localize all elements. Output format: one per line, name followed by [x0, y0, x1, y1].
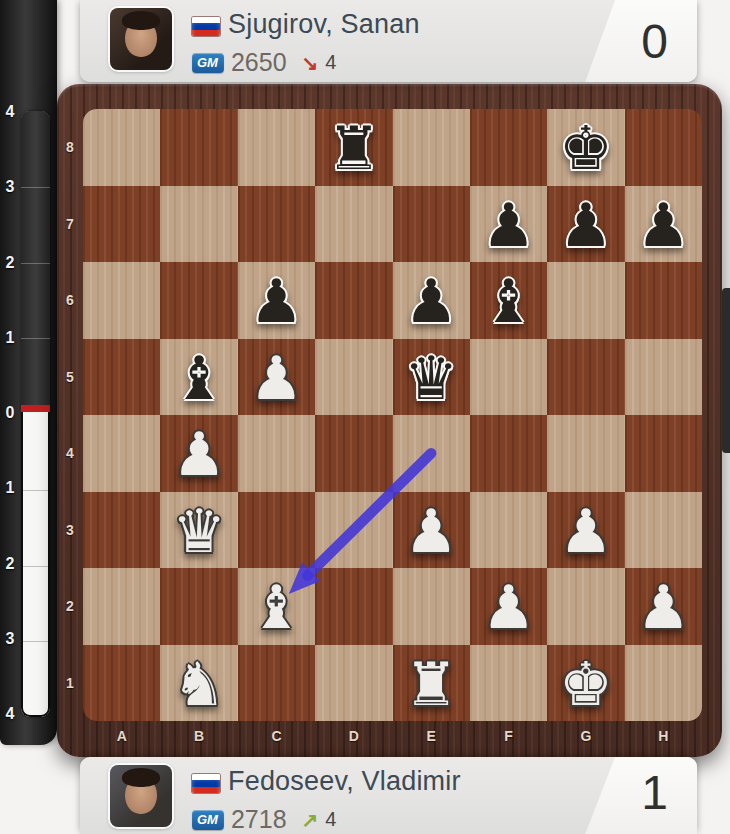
square-d2[interactable] — [315, 568, 392, 645]
black-pawn-c6[interactable]: ♟ — [238, 262, 315, 339]
black-bishop-b5[interactable]: ♝ — [160, 339, 237, 416]
black-king-g8[interactable]: ♚ — [547, 109, 624, 186]
chess-broadcast-page: { "game": "chess", "players": { "top": {… — [0, 0, 730, 834]
square-e4[interactable] — [393, 415, 470, 492]
file-label-a: A — [83, 721, 160, 757]
square-a1[interactable] — [83, 645, 160, 722]
eval-label: 3 — [6, 631, 15, 647]
square-h4[interactable] — [625, 415, 702, 492]
square-g4[interactable] — [547, 415, 624, 492]
black-queen-e5[interactable]: ♛ — [393, 339, 470, 416]
russia-flag-icon — [192, 774, 220, 793]
square-f5[interactable] — [470, 339, 547, 416]
eval-tick — [21, 338, 50, 339]
rank-label-4: 4 — [57, 415, 83, 492]
square-d7[interactable] — [315, 186, 392, 263]
player-rating-top: 2650 — [231, 48, 287, 77]
evaluation-scale-labels: 432101234 — [0, 104, 20, 722]
file-label-b: B — [160, 721, 237, 757]
player-score-top: 0 — [622, 14, 687, 69]
rating-change-bottom: 4 — [325, 808, 336, 831]
square-d3[interactable] — [315, 492, 392, 569]
square-e8[interactable] — [393, 109, 470, 186]
square-b6[interactable] — [160, 262, 237, 339]
player-card-bottom: Fedoseev, Vladimir GM 2718 ↗ 4 1 — [80, 757, 697, 834]
rating-change-top: 4 — [325, 51, 336, 74]
player-name-bottom[interactable]: Fedoseev, Vladimir — [228, 766, 461, 797]
score-panel-bottom: 1 — [567, 757, 697, 834]
square-d6[interactable] — [315, 262, 392, 339]
scrollbar-thumb[interactable] — [722, 288, 730, 453]
rank-label-3: 3 — [57, 492, 83, 569]
file-label-h: H — [625, 721, 702, 757]
eval-label: 4 — [6, 706, 15, 722]
square-g6[interactable] — [547, 262, 624, 339]
square-b2[interactable] — [160, 568, 237, 645]
file-label-f: F — [470, 721, 547, 757]
evaluation-black-half — [21, 111, 50, 405]
player-photo-bottom[interactable] — [110, 765, 172, 827]
black-pawn-h7[interactable]: ♟ — [625, 186, 702, 263]
square-d4[interactable] — [315, 415, 392, 492]
chess-board-frame: 87654321 ABCDEFGH ♜♚♟♟♟♟♟♝♝♛♟♟♛♟♟♝♟♟♞♜♚ — [57, 84, 722, 757]
rank-label-1: 1 — [57, 645, 83, 722]
player-score-bottom: 1 — [622, 765, 687, 820]
square-a5[interactable] — [83, 339, 160, 416]
square-a2[interactable] — [83, 568, 160, 645]
square-a8[interactable] — [83, 109, 160, 186]
eval-label: 3 — [6, 179, 15, 195]
square-a7[interactable] — [83, 186, 160, 263]
square-h8[interactable] — [625, 109, 702, 186]
gm-title-badge: GM — [192, 810, 224, 830]
rank-labels: 87654321 — [57, 109, 83, 721]
rank-label-2: 2 — [57, 568, 83, 645]
square-f1[interactable] — [470, 645, 547, 722]
eval-tick — [21, 566, 50, 567]
file-label-g: G — [547, 721, 624, 757]
white-queen-b3[interactable]: ♛ — [160, 492, 237, 569]
chess-board[interactable]: ♜♚♟♟♟♟♟♝♝♛♟♟♛♟♟♝♟♟♞♜♚ — [83, 109, 702, 721]
square-a6[interactable] — [83, 262, 160, 339]
white-knight-b1[interactable]: ♞ — [160, 645, 237, 722]
square-h1[interactable] — [625, 645, 702, 722]
eval-tick — [21, 641, 50, 642]
square-c8[interactable] — [238, 109, 315, 186]
square-h6[interactable] — [625, 262, 702, 339]
square-f4[interactable] — [470, 415, 547, 492]
white-king-g1[interactable]: ♚ — [547, 645, 624, 722]
square-a3[interactable] — [83, 492, 160, 569]
white-pawn-g3[interactable]: ♟ — [547, 492, 624, 569]
square-d5[interactable] — [315, 339, 392, 416]
file-label-e: E — [393, 721, 470, 757]
white-pawn-b4[interactable]: ♟ — [160, 415, 237, 492]
evaluation-zero-marker — [21, 405, 50, 412]
eval-label: 2 — [6, 556, 15, 572]
square-c3[interactable] — [238, 492, 315, 569]
square-b7[interactable] — [160, 186, 237, 263]
file-label-d: D — [315, 721, 392, 757]
rating-trend-down-icon: ↘ — [302, 53, 319, 73]
eval-label: 1 — [6, 330, 15, 346]
file-labels: ABCDEFGH — [83, 721, 702, 757]
player-rating-bottom: 2718 — [231, 805, 287, 834]
square-f3[interactable] — [470, 492, 547, 569]
black-pawn-g7[interactable]: ♟ — [547, 186, 624, 263]
eval-label: 4 — [6, 104, 15, 120]
square-c1[interactable] — [238, 645, 315, 722]
square-b8[interactable] — [160, 109, 237, 186]
player-photo-top[interactable] — [110, 8, 172, 70]
white-pawn-f2[interactable]: ♟ — [470, 568, 547, 645]
evaluation-rail: 432101234 — [0, 0, 57, 745]
black-pawn-e6[interactable]: ♟ — [393, 262, 470, 339]
eval-label: 2 — [6, 255, 15, 271]
black-rook-d8[interactable]: ♜ — [315, 109, 392, 186]
square-h3[interactable] — [625, 492, 702, 569]
rating-trend-up-icon: ↗ — [302, 810, 319, 830]
white-rook-e1[interactable]: ♜ — [393, 645, 470, 722]
square-e2[interactable] — [393, 568, 470, 645]
square-f8[interactable] — [470, 109, 547, 186]
player-name-top[interactable]: Sjugirov, Sanan — [228, 9, 420, 40]
black-pawn-f7[interactable]: ♟ — [470, 186, 547, 263]
eval-label: 1 — [6, 480, 15, 496]
score-panel-top: 0 — [567, 0, 697, 82]
white-bishop-c2[interactable]: ♝ — [238, 568, 315, 645]
file-label-c: C — [238, 721, 315, 757]
rank-label-7: 7 — [57, 186, 83, 263]
eval-label: 0 — [6, 405, 15, 421]
square-c7[interactable] — [238, 186, 315, 263]
square-a4[interactable] — [83, 415, 160, 492]
player-card-top: Sjugirov, Sanan GM 2650 ↘ 4 0 — [80, 0, 697, 82]
square-c4[interactable] — [238, 415, 315, 492]
white-pawn-h2[interactable]: ♟ — [625, 568, 702, 645]
rank-label-8: 8 — [57, 109, 83, 186]
black-bishop-f6[interactable]: ♝ — [470, 262, 547, 339]
square-d1[interactable] — [315, 645, 392, 722]
square-e7[interactable] — [393, 186, 470, 263]
gm-title-badge: GM — [192, 53, 224, 73]
rank-label-5: 5 — [57, 339, 83, 416]
eval-tick — [21, 187, 50, 188]
russia-flag-icon — [192, 17, 220, 36]
square-g5[interactable] — [547, 339, 624, 416]
eval-tick — [21, 490, 50, 491]
rank-label-6: 6 — [57, 262, 83, 339]
square-g2[interactable] — [547, 568, 624, 645]
evaluation-bar — [21, 111, 50, 717]
white-pawn-c5[interactable]: ♟ — [238, 339, 315, 416]
eval-tick — [21, 263, 50, 264]
square-h5[interactable] — [625, 339, 702, 416]
white-pawn-e3[interactable]: ♟ — [393, 492, 470, 569]
